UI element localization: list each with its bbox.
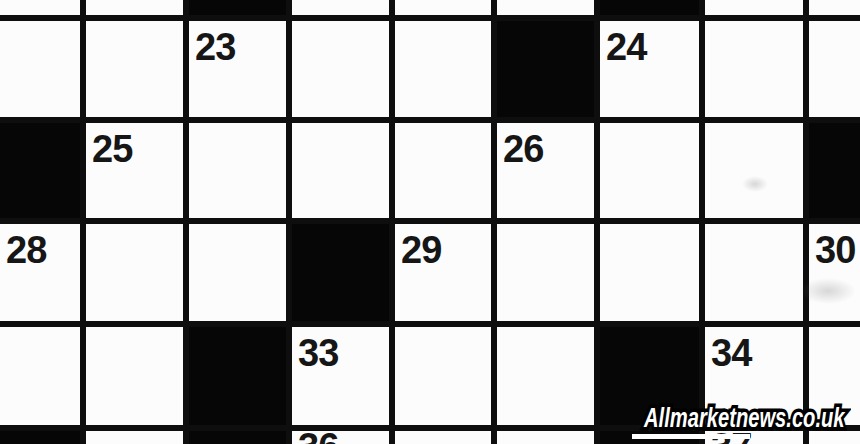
clue-number: 33 xyxy=(298,334,338,372)
grid-cell[interactable] xyxy=(600,123,705,224)
grid-cell[interactable] xyxy=(86,21,189,123)
grid-cell xyxy=(0,431,86,444)
grid-cell[interactable] xyxy=(809,21,860,123)
grid-cell[interactable] xyxy=(600,224,705,327)
clue-number: 25 xyxy=(92,130,132,168)
grid-cell[interactable] xyxy=(705,224,809,327)
grid-cell[interactable] xyxy=(86,431,189,444)
grid-cell[interactable] xyxy=(705,0,809,21)
grid-cell xyxy=(292,224,395,327)
grid-cell xyxy=(600,0,705,21)
watermark-underline xyxy=(632,434,750,439)
grid-cell[interactable] xyxy=(292,21,395,123)
clue-number: 23 xyxy=(195,28,235,66)
grid-cell[interactable] xyxy=(705,21,809,123)
grid-cell[interactable]: 23 xyxy=(189,21,292,123)
grid-cell xyxy=(189,431,292,444)
watermark: Allmarketnews.co.uk Allmarketnews.co.uk xyxy=(566,404,845,432)
grid-cell[interactable] xyxy=(86,224,189,327)
grid-cell[interactable]: 29 xyxy=(395,224,497,327)
grid-cell[interactable] xyxy=(189,123,292,224)
grid-cell[interactable]: 30 xyxy=(809,224,860,327)
grid-cell xyxy=(497,21,600,123)
grid-cell[interactable] xyxy=(497,0,600,21)
watermark-text: Allmarketnews.co.uk xyxy=(644,402,845,433)
grid-cell[interactable] xyxy=(292,123,395,224)
grid-cell[interactable] xyxy=(497,224,600,327)
crossword-grid: 2324252628293033343637 xyxy=(0,0,860,444)
grid-cell[interactable] xyxy=(395,431,497,444)
grid-cell xyxy=(0,123,86,224)
grid-cell[interactable]: 33 xyxy=(292,327,395,431)
clue-number: 36 xyxy=(298,431,338,444)
clue-number: 29 xyxy=(401,231,441,269)
grid-cell[interactable] xyxy=(86,327,189,431)
clue-number: 24 xyxy=(606,28,646,66)
grid-cell xyxy=(189,327,292,431)
grid-cell xyxy=(809,123,860,224)
grid-cell[interactable] xyxy=(86,0,189,21)
grid-cell[interactable]: 24 xyxy=(600,21,705,123)
grid-cell[interactable]: 26 xyxy=(497,123,600,224)
grid-cell[interactable] xyxy=(497,431,600,444)
clue-number: 26 xyxy=(503,130,543,168)
grid-cell[interactable]: 36 xyxy=(292,431,395,444)
grid-cell[interactable] xyxy=(395,327,497,431)
grid-cell[interactable] xyxy=(395,21,497,123)
grid-cell[interactable]: 28 xyxy=(0,224,86,327)
grid-cell[interactable] xyxy=(0,327,86,431)
clue-number: 28 xyxy=(6,231,46,269)
grid-cell[interactable] xyxy=(0,21,86,123)
grid-cell[interactable] xyxy=(395,123,497,224)
grid-cell[interactable] xyxy=(809,0,860,21)
clue-number: 34 xyxy=(711,334,751,372)
clue-number: 30 xyxy=(815,231,855,269)
grid-cell[interactable]: 25 xyxy=(86,123,189,224)
grid-cell[interactable] xyxy=(395,0,497,21)
grid-cell[interactable] xyxy=(292,0,395,21)
crossword-scan: 2324252628293033343637 Allmarketnews.co.… xyxy=(0,0,860,444)
grid-cell xyxy=(189,0,292,21)
grid-cell[interactable] xyxy=(705,123,809,224)
watermark-text-wrap: Allmarketnews.co.uk Allmarketnews.co.uk xyxy=(644,404,845,432)
grid-cell[interactable] xyxy=(0,0,86,21)
grid-cell[interactable] xyxy=(189,224,292,327)
